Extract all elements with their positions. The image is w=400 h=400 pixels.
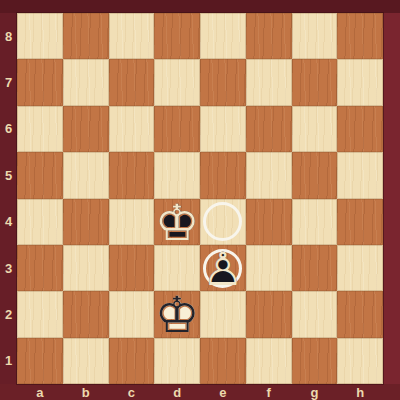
square-e4[interactable] — [200, 199, 246, 245]
square-f5[interactable] — [246, 152, 292, 198]
board-frame-left — [0, 13, 17, 384]
square-b7[interactable] — [63, 59, 109, 105]
square-a8[interactable] — [17, 13, 63, 59]
black-pawn-outline-icon: ♙ — [200, 246, 246, 292]
square-g5[interactable] — [292, 152, 338, 198]
file-label-d: d — [154, 384, 200, 400]
rank-label-1: 1 — [0, 338, 17, 384]
square-h1[interactable] — [337, 338, 383, 384]
square-e8[interactable] — [200, 13, 246, 59]
square-h7[interactable] — [337, 59, 383, 105]
file-label-e: e — [200, 384, 246, 400]
square-e2[interactable] — [200, 291, 246, 337]
square-e5[interactable] — [200, 152, 246, 198]
square-c4[interactable] — [109, 199, 155, 245]
rank-label-5: 5 — [0, 152, 17, 198]
square-h3[interactable] — [337, 245, 383, 291]
square-g7[interactable] — [292, 59, 338, 105]
board-frame-bottom — [0, 384, 400, 400]
rank-label-6: 6 — [0, 106, 17, 152]
square-c3[interactable] — [109, 245, 155, 291]
rank-label-4: 4 — [0, 199, 17, 245]
square-f1[interactable] — [246, 338, 292, 384]
square-a5[interactable] — [17, 152, 63, 198]
square-b8[interactable] — [63, 13, 109, 59]
square-b1[interactable] — [63, 338, 109, 384]
square-a4[interactable] — [17, 199, 63, 245]
square-d6[interactable] — [154, 106, 200, 152]
square-f2[interactable] — [246, 291, 292, 337]
square-b6[interactable] — [63, 106, 109, 152]
board-frame-right — [383, 13, 400, 384]
square-e6[interactable] — [200, 106, 246, 152]
square-f6[interactable] — [246, 106, 292, 152]
square-h2[interactable] — [337, 291, 383, 337]
square-h8[interactable] — [337, 13, 383, 59]
square-g4[interactable] — [292, 199, 338, 245]
square-d5[interactable] — [154, 152, 200, 198]
black-king-outline-icon: ♔ — [154, 200, 200, 246]
piece-black-king-d4[interactable]: ♚♔ — [154, 199, 200, 245]
square-a6[interactable] — [17, 106, 63, 152]
square-d8[interactable] — [154, 13, 200, 59]
square-h4[interactable] — [337, 199, 383, 245]
chess-board: ♚♔♟♙♚♔ — [17, 13, 383, 384]
square-g8[interactable] — [292, 13, 338, 59]
file-label-a: a — [17, 384, 63, 400]
square-d1[interactable] — [154, 338, 200, 384]
square-b2[interactable] — [63, 291, 109, 337]
square-a2[interactable] — [17, 291, 63, 337]
square-c8[interactable] — [109, 13, 155, 59]
square-c7[interactable] — [109, 59, 155, 105]
square-f8[interactable] — [246, 13, 292, 59]
square-c2[interactable] — [109, 291, 155, 337]
board-frame-top — [0, 0, 400, 13]
square-a7[interactable] — [17, 59, 63, 105]
square-e7[interactable] — [200, 59, 246, 105]
piece-white-king-d2[interactable]: ♚♔ — [154, 291, 200, 337]
white-king-outline-icon: ♔ — [154, 292, 200, 338]
rank-label-2: 2 — [0, 291, 17, 337]
square-d3[interactable] — [154, 245, 200, 291]
square-g3[interactable] — [292, 245, 338, 291]
rank-label-3: 3 — [0, 245, 17, 291]
rank-label-8: 8 — [0, 13, 17, 59]
square-h5[interactable] — [337, 152, 383, 198]
file-label-b: b — [63, 384, 109, 400]
square-a1[interactable] — [17, 338, 63, 384]
square-c5[interactable] — [109, 152, 155, 198]
rank-label-7: 7 — [0, 59, 17, 105]
piece-black-pawn-e3[interactable]: ♟♙ — [200, 245, 246, 291]
square-c1[interactable] — [109, 338, 155, 384]
file-label-c: c — [109, 384, 155, 400]
square-f7[interactable] — [246, 59, 292, 105]
square-g6[interactable] — [292, 106, 338, 152]
square-d7[interactable] — [154, 59, 200, 105]
square-e1[interactable] — [200, 338, 246, 384]
square-f4[interactable] — [246, 199, 292, 245]
square-c6[interactable] — [109, 106, 155, 152]
square-b5[interactable] — [63, 152, 109, 198]
square-g1[interactable] — [292, 338, 338, 384]
square-a3[interactable] — [17, 245, 63, 291]
file-label-f: f — [246, 384, 292, 400]
square-b4[interactable] — [63, 199, 109, 245]
square-f3[interactable] — [246, 245, 292, 291]
square-b3[interactable] — [63, 245, 109, 291]
file-label-g: g — [292, 384, 338, 400]
square-g2[interactable] — [292, 291, 338, 337]
chess-board-window: ♚♔♟♙♚♔ 87654321abcdefgh — [0, 0, 400, 400]
square-h6[interactable] — [337, 106, 383, 152]
file-label-h: h — [337, 384, 383, 400]
